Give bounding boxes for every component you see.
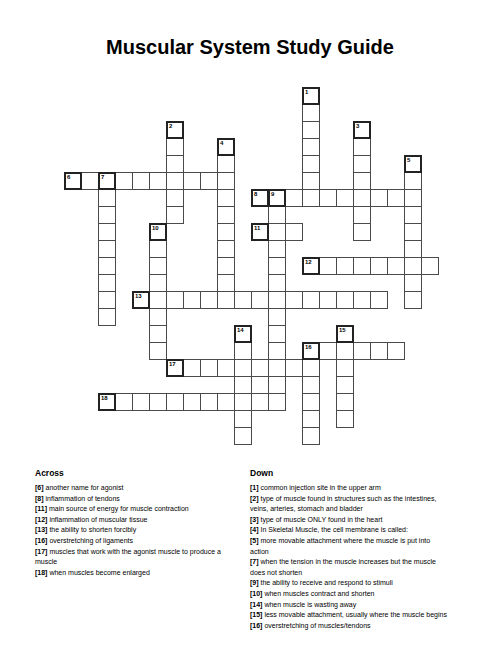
- grid-cell-r12c8[interactable]: [200, 291, 218, 309]
- grid-cell-r5c8[interactable]: [200, 172, 218, 190]
- cell-number-16: 16: [305, 344, 312, 351]
- down-clue-list: [1] common injection site in the upper a…: [250, 483, 450, 631]
- grid-cell-r5c4[interactable]: [132, 172, 150, 190]
- grid-cell-r12c15[interactable]: [319, 291, 337, 309]
- clue-across-12: [12] inflammation of muscular tissue: [35, 515, 235, 526]
- grid-cell-r7c12[interactable]: [268, 206, 286, 224]
- grid-cell-r10c14[interactable]: 12: [302, 257, 320, 275]
- grid-cell-r10c16[interactable]: [336, 257, 354, 275]
- cell-number-1: 1: [305, 89, 308, 96]
- clue-across-11: [11] main source of energy for muscle co…: [35, 504, 235, 515]
- grid-cell-r9c12[interactable]: [268, 240, 286, 258]
- grid-cell-r12c20[interactable]: [404, 291, 422, 309]
- grid-cell-r6c9[interactable]: [217, 189, 235, 207]
- cell-number-9: 9: [271, 191, 274, 198]
- grid-cell-r5c2[interactable]: 7: [98, 172, 116, 190]
- grid-cell-r5c20[interactable]: [404, 172, 422, 190]
- grid-cell-r10c9[interactable]: [217, 257, 235, 275]
- cell-number-13: 13: [135, 293, 142, 300]
- grid-cell-r8c12[interactable]: [268, 223, 286, 241]
- cell-number-4: 4: [220, 140, 223, 147]
- grid-cell-r6c18[interactable]: [370, 189, 388, 207]
- grid-cell-r6c6[interactable]: [166, 189, 184, 207]
- grid-cell-r5c7[interactable]: [183, 172, 201, 190]
- cell-number-8: 8: [254, 191, 257, 198]
- clue-across-16: [16] overstretching of ligaments: [35, 536, 235, 547]
- grid-cell-r11c2[interactable]: [98, 274, 116, 292]
- grid-cell-r4c6[interactable]: [166, 155, 184, 173]
- clues-across-section: Across [6] another name for agonist[8] i…: [35, 468, 235, 578]
- grid-cell-r19c16[interactable]: [336, 410, 354, 428]
- clue-down-9: [9] the ability to receive and respond t…: [250, 578, 450, 589]
- grid-cell-r5c5[interactable]: [149, 172, 167, 190]
- grid-cell-r5c0[interactable]: 6: [64, 172, 82, 190]
- grid-cell-r10c12[interactable]: [268, 257, 286, 275]
- grid-cell-r15c17[interactable]: [353, 342, 371, 360]
- grid-cell-r20c14[interactable]: [302, 427, 320, 445]
- grid-cell-r9c20[interactable]: [404, 240, 422, 258]
- grid-cell-r6c16[interactable]: [336, 189, 354, 207]
- cell-number-11: 11: [254, 225, 260, 232]
- grid-cell-r3c14[interactable]: [302, 138, 320, 156]
- grid-cell-r4c20[interactable]: 5: [404, 155, 422, 173]
- clue-down-14: [14] when muscle is wasting away: [250, 600, 450, 611]
- page-title: Muscular System Study Guide: [0, 36, 500, 59]
- cell-number-14: 14: [237, 327, 244, 334]
- grid-cell-r5c9[interactable]: [217, 172, 235, 190]
- grid-cell-r6c2[interactable]: [98, 189, 116, 207]
- grid-cell-r8c9[interactable]: [217, 223, 235, 241]
- cell-number-17: 17: [169, 361, 176, 368]
- clue-down-3: [3] type of muscle ONLY found in the hea…: [250, 515, 450, 526]
- down-header: Down: [250, 468, 450, 479]
- cell-number-18: 18: [101, 395, 108, 402]
- grid-cell-r16c16[interactable]: [336, 359, 354, 377]
- grid-cell-r6c11[interactable]: 8: [251, 189, 269, 207]
- grid-cell-r20c10[interactable]: [234, 427, 252, 445]
- grid-cell-r18c12[interactable]: [268, 393, 286, 411]
- grid-cell-r18c8[interactable]: [200, 393, 218, 411]
- grid-cell-r17c12[interactable]: [268, 376, 286, 394]
- grid-cell-r6c12[interactable]: 9: [268, 189, 286, 207]
- grid-cell-r17c10[interactable]: [234, 376, 252, 394]
- grid-cell-r9c9[interactable]: [217, 240, 235, 258]
- grid-cell-r18c16[interactable]: [336, 393, 354, 411]
- clue-down-1: [1] common injection site in the upper a…: [250, 483, 450, 494]
- grid-cell-r3c17[interactable]: [353, 138, 371, 156]
- grid-cell-r17c14[interactable]: [302, 376, 320, 394]
- cell-number-7: 7: [101, 174, 104, 181]
- grid-cell-r18c11[interactable]: [251, 393, 269, 411]
- across-clue-list: [6] another name for agonist[8] inflamma…: [35, 483, 235, 578]
- grid-cell-r15c15[interactable]: [319, 342, 337, 360]
- clues-down-section: Down [1] common injection site in the up…: [250, 468, 450, 631]
- grid-cell-r6c20[interactable]: [404, 189, 422, 207]
- grid-cell-r15c19[interactable]: [387, 342, 405, 360]
- clue-down-7: [7] when the tension in the muscle incre…: [250, 557, 450, 578]
- grid-cell-r14c16[interactable]: 15: [336, 325, 354, 343]
- grid-cell-r16c10[interactable]: [234, 359, 252, 377]
- grid-cell-r10c21[interactable]: [421, 257, 439, 275]
- grid-cell-r12c11[interactable]: [251, 291, 269, 309]
- grid-cell-r9c5[interactable]: [149, 240, 167, 258]
- grid-cell-r14c5[interactable]: [149, 325, 167, 343]
- grid-cell-r16c13[interactable]: [285, 359, 303, 377]
- grid-cell-r18c10[interactable]: [234, 393, 252, 411]
- grid-cell-r12c12[interactable]: [268, 291, 286, 309]
- across-header: Across: [35, 468, 235, 479]
- clue-down-15: [15] less movable attachment, usually wh…: [250, 610, 450, 621]
- grid-cell-r6c19[interactable]: [387, 189, 405, 207]
- grid-cell-r11c12[interactable]: [268, 274, 286, 292]
- grid-cell-r12c6[interactable]: [166, 291, 184, 309]
- grid-cell-r18c4[interactable]: [132, 393, 150, 411]
- grid-cell-r13c2[interactable]: [98, 308, 116, 326]
- grid-cell-r5c1[interactable]: [81, 172, 99, 190]
- cell-number-5: 5: [407, 157, 410, 164]
- grid-cell-r5c6[interactable]: [166, 172, 184, 190]
- grid-cell-r10c2[interactable]: [98, 257, 116, 275]
- clue-across-6: [6] another name for agonist: [35, 483, 235, 494]
- grid-cell-r12c9[interactable]: [217, 291, 235, 309]
- grid-cell-r12c7[interactable]: [183, 291, 201, 309]
- grid-cell-r5c3[interactable]: [115, 172, 133, 190]
- grid-cell-r4c14[interactable]: [302, 155, 320, 173]
- grid-cell-r14c12[interactable]: [268, 325, 286, 343]
- grid-cell-r10c5[interactable]: [149, 257, 167, 275]
- clue-down-4: [4] In Skeletal Muscle, the cell membran…: [250, 525, 450, 536]
- grid-cell-r8c2[interactable]: [98, 223, 116, 241]
- grid-cell-r6c17[interactable]: [353, 189, 371, 207]
- grid-cell-r10c20[interactable]: [404, 257, 422, 275]
- clue-across-8: [8] inflammation of tendons: [35, 494, 235, 505]
- clue-across-17: [17] muscles that work with the agonist …: [35, 547, 235, 568]
- grid-cell-r14c10[interactable]: 14: [234, 325, 252, 343]
- grid-cell-r18c7[interactable]: [183, 393, 201, 411]
- cell-number-3: 3: [356, 123, 359, 130]
- cell-number-15: 15: [339, 327, 346, 334]
- grid-cell-r16c12[interactable]: [268, 359, 286, 377]
- grid-cell-r18c14[interactable]: [302, 393, 320, 411]
- grid-cell-r12c18[interactable]: [370, 291, 388, 309]
- grid-cell-r15c18[interactable]: [370, 342, 388, 360]
- grid-cell-r15c16[interactable]: [336, 342, 354, 360]
- clue-down-2: [2] type of muscle found in structures s…: [250, 494, 450, 515]
- grid-cell-r18c5[interactable]: [149, 393, 167, 411]
- cell-number-12: 12: [305, 259, 312, 266]
- grid-cell-r3c6[interactable]: [166, 138, 184, 156]
- grid-cell-r15c10[interactable]: [234, 342, 252, 360]
- grid-cell-r6c15[interactable]: [319, 189, 337, 207]
- clue-across-18: [18] when muscles become enlarged: [35, 568, 235, 579]
- grid-cell-r5c14[interactable]: [302, 172, 320, 190]
- grid-cell-r8c20[interactable]: [404, 223, 422, 241]
- grid-cell-r7c2[interactable]: [98, 206, 116, 224]
- grid-cell-r2c17[interactable]: 3: [353, 121, 371, 139]
- grid-cell-r19c14[interactable]: [302, 410, 320, 428]
- grid-cell-r3c9[interactable]: 4: [217, 138, 235, 156]
- grid-cell-r12c5[interactable]: [149, 291, 167, 309]
- grid-cell-r12c17[interactable]: [353, 291, 371, 309]
- grid-cell-r10c19[interactable]: [387, 257, 405, 275]
- grid-cell-r12c16[interactable]: [336, 291, 354, 309]
- cell-number-10: 10: [152, 225, 159, 232]
- clue-down-16: [16] overstretching of muscles/tendons: [250, 621, 450, 632]
- grid-cell-r9c2[interactable]: [98, 240, 116, 258]
- grid-cell-r10c18[interactable]: [370, 257, 388, 275]
- grid-cell-r16c8[interactable]: [200, 359, 218, 377]
- grid-cell-r1c14[interactable]: [302, 104, 320, 122]
- grid-cell-r12c14[interactable]: [302, 291, 320, 309]
- cell-number-6: 6: [67, 174, 70, 181]
- grid-cell-r7c9[interactable]: [217, 206, 235, 224]
- clue-down-10: [10] when muscles contract and shorten: [250, 589, 450, 600]
- grid-cell-r18c6[interactable]: [166, 393, 184, 411]
- grid-cell-r15c12[interactable]: [268, 342, 286, 360]
- grid-cell-r0c14[interactable]: 1: [302, 87, 320, 105]
- grid-cell-r16c9[interactable]: [217, 359, 235, 377]
- grid-cell-r7c6[interactable]: [166, 206, 184, 224]
- grid-cell-r5c17[interactable]: [353, 172, 371, 190]
- grid-cell-r11c5[interactable]: [149, 274, 167, 292]
- grid-cell-r6c13[interactable]: [285, 189, 303, 207]
- grid-cell-r13c5[interactable]: [149, 308, 167, 326]
- grid-cell-r16c11[interactable]: [251, 359, 269, 377]
- grid-cell-r8c11[interactable]: 11: [251, 223, 269, 241]
- clue-across-13: [13] the ability to shorten forcibly: [35, 525, 235, 536]
- grid-cell-r11c9[interactable]: [217, 274, 235, 292]
- grid-cell-r18c9[interactable]: [217, 393, 235, 411]
- grid-cell-r16c6[interactable]: 17: [166, 359, 184, 377]
- grid-cell-r10c15[interactable]: [319, 257, 337, 275]
- grid-cell-r15c5[interactable]: [149, 342, 167, 360]
- cell-number-2: 2: [169, 123, 172, 130]
- grid-cell-r15c14[interactable]: 16: [302, 342, 320, 360]
- grid-cell-r19c10[interactable]: [234, 410, 252, 428]
- grid-cell-r8c13[interactable]: [285, 223, 303, 241]
- grid-cell-r2c14[interactable]: [302, 121, 320, 139]
- grid-cell-r6c14[interactable]: [302, 189, 320, 207]
- clue-down-5: [5] more movable attachment where the mu…: [250, 536, 450, 557]
- grid-cell-r16c7[interactable]: [183, 359, 201, 377]
- grid-cell-r12c4[interactable]: 13: [132, 291, 150, 309]
- grid-cell-r7c20[interactable]: [404, 206, 422, 224]
- grid-cell-r12c13[interactable]: [285, 291, 303, 309]
- grid-cell-r18c3[interactable]: [115, 393, 133, 411]
- grid-cell-r13c12[interactable]: [268, 308, 286, 326]
- grid-cell-r7c17[interactable]: [353, 206, 371, 224]
- grid-cell-r16c14[interactable]: [302, 359, 320, 377]
- grid-cell-r10c17[interactable]: [353, 257, 371, 275]
- grid-cell-r12c10[interactable]: [234, 291, 252, 309]
- grid-cell-r8c17[interactable]: [353, 223, 371, 241]
- grid-cell-r11c20[interactable]: [404, 274, 422, 292]
- grid-cell-r12c2[interactable]: [98, 291, 116, 309]
- grid-cell-r8c5[interactable]: 10: [149, 223, 167, 241]
- grid-cell-r18c2[interactable]: 18: [98, 393, 116, 411]
- grid-cell-r4c9[interactable]: [217, 155, 235, 173]
- grid-cell-r2c6[interactable]: 2: [166, 121, 184, 139]
- crossword-grid: 123456789101112131415161718: [64, 87, 439, 445]
- grid-cell-r4c17[interactable]: [353, 155, 371, 173]
- grid-cell-r17c16[interactable]: [336, 376, 354, 394]
